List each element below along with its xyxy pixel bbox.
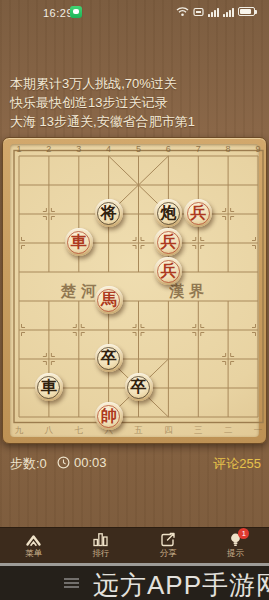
col-label-top: 5: [136, 144, 141, 154]
ranking-icon: [92, 532, 109, 547]
piece-char: 卒: [131, 379, 147, 395]
nav-ranking-label: 排行: [92, 548, 109, 560]
col-label-top: 3: [76, 144, 81, 154]
site-name: 远方APP手游网: [93, 568, 269, 600]
menu-up-icon: [25, 532, 42, 547]
col-label-top: 8: [226, 144, 231, 154]
hint-badge: 1: [238, 528, 249, 539]
col-label-bottom: 二: [224, 425, 233, 437]
piece-red-車[interactable]: 車: [65, 228, 93, 256]
piece-char: 兵: [190, 205, 206, 221]
signal-icon: [223, 7, 234, 17]
nav-ranking[interactable]: 排行: [71, 532, 131, 560]
clock-icon: [57, 456, 70, 469]
piece-red-馬[interactable]: 馬: [95, 286, 123, 314]
piece-char: 車: [41, 379, 57, 395]
piece-char: 卒: [101, 350, 117, 366]
app-screen: 16:29 本期累计3万人挑战,70%过关 快乐最快创造13步过关记录 大海 1…: [0, 0, 269, 600]
col-label-bottom: 八: [45, 425, 54, 437]
chat-app-icon: [70, 6, 82, 18]
signal-icon: [208, 7, 219, 17]
comments-link[interactable]: 评论255: [213, 455, 261, 473]
nav-hint[interactable]: 1 提示: [205, 532, 265, 560]
promo-line-2: 快乐最快创造13步过关记录: [10, 93, 195, 112]
step-counter: 步数:0: [10, 455, 47, 473]
promo-text: 本期累计3万人挑战,70%过关 快乐最快创造13步过关记录 大海 13步通关,安…: [10, 74, 195, 131]
wifi-icon: [176, 6, 189, 17]
col-label-bottom: 四: [164, 425, 173, 437]
nav-menu-label: 菜单: [25, 548, 42, 560]
piece-black-卒[interactable]: 卒: [125, 373, 153, 401]
promo-line-1: 本期累计3万人挑战,70%过关: [10, 74, 195, 93]
piece-char: 将: [101, 205, 117, 221]
nav-share-label: 分享: [160, 548, 177, 560]
nav-hint-label: 提示: [227, 548, 244, 560]
col-label-bottom: 五: [134, 425, 143, 437]
timer: 00:03: [57, 455, 107, 470]
status-bar: 16:29: [0, 5, 269, 23]
piece-red-帥[interactable]: 帥: [95, 402, 123, 430]
piece-black-将[interactable]: 将: [95, 199, 123, 227]
share-icon: [160, 532, 177, 547]
sim-icon: [193, 7, 204, 17]
col-label-bottom: 九: [15, 425, 24, 437]
col-label-bottom: 三: [194, 425, 203, 437]
piece-char: 炮: [160, 205, 176, 221]
piece-black-卒[interactable]: 卒: [95, 344, 123, 372]
info-bar: 步数:0 00:03 评论255: [0, 452, 269, 474]
piece-char: 帥: [101, 408, 117, 424]
timer-value: 00:03: [74, 455, 107, 470]
xiangqi-board[interactable]: 123456789 九八七六五四三二一 楚河 漢界 将炮兵車兵兵馬卒車卒帥: [2, 137, 267, 444]
nav-share[interactable]: 分享: [138, 532, 198, 560]
col-label-bottom: 一: [254, 425, 263, 437]
hamburger-icon: [64, 578, 79, 588]
col-label-top: 1: [16, 144, 21, 154]
footer: 远方APP手游网: [0, 566, 269, 600]
battery-icon: [238, 7, 255, 16]
river-label-right: 漢界: [169, 282, 209, 301]
piece-char: 馬: [101, 292, 117, 308]
col-label-top: 9: [255, 144, 260, 154]
status-icons: [176, 6, 255, 17]
col-label-top: 4: [106, 144, 111, 154]
piece-char: 兵: [160, 263, 176, 279]
clock-time: 16:29: [43, 7, 73, 19]
piece-char: 車: [71, 234, 87, 250]
col-label-top: 6: [166, 144, 171, 154]
col-label-top: 7: [196, 144, 201, 154]
col-label-top: 2: [46, 144, 51, 154]
piece-char: 兵: [160, 234, 176, 250]
promo-line-3: 大海 13步通关,安徽省合肥市第1: [10, 112, 195, 131]
bottom-nav: 菜单 排行 分享 1 提示: [0, 527, 269, 563]
nav-menu[interactable]: 菜单: [4, 532, 64, 560]
col-label-bottom: 七: [75, 425, 84, 437]
piece-black-車[interactable]: 車: [35, 373, 63, 401]
